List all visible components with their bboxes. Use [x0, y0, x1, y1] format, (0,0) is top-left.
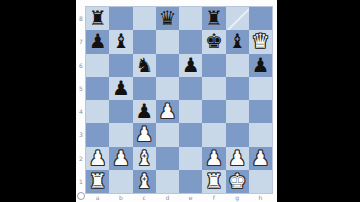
square-a6[interactable] — [86, 54, 109, 77]
file-label-b: b — [109, 192, 132, 202]
file-label-c: c — [133, 192, 156, 202]
square-f7[interactable]: ♚ — [202, 30, 225, 53]
square-a8[interactable]: ♜ — [86, 7, 109, 30]
rank-label-8: 8 — [76, 7, 86, 30]
square-c5[interactable] — [133, 77, 156, 100]
square-c3[interactable]: ♟ — [133, 123, 156, 146]
chess-board[interactable]: ♜♛♜♟♝♚♝♛♞♟♟♟♟♟♟♟♟♝♟♟♟♜♝♜♚ — [86, 7, 272, 193]
square-f2[interactable]: ♟ — [202, 147, 225, 170]
square-a5[interactable] — [86, 77, 109, 100]
file-label-a: a — [86, 192, 109, 202]
file-labels: abcdefgh — [86, 192, 272, 202]
square-a4[interactable] — [86, 100, 109, 123]
black-bishop: ♝ — [109, 30, 132, 53]
square-h2[interactable]: ♟ — [249, 147, 272, 170]
black-pawn: ♟ — [133, 100, 156, 123]
square-a3[interactable] — [86, 123, 109, 146]
white-king: ♚ — [226, 170, 249, 193]
square-f1[interactable]: ♜ — [202, 170, 225, 193]
black-queen: ♛ — [156, 7, 179, 30]
square-h8[interactable] — [249, 7, 272, 30]
radio-button[interactable] — [77, 192, 85, 200]
file-label-d: d — [156, 192, 179, 202]
square-c8[interactable] — [133, 7, 156, 30]
white-pawn: ♟ — [249, 147, 272, 170]
move-line — [226, 8, 250, 32]
square-d6[interactable] — [156, 54, 179, 77]
square-g2[interactable]: ♟ — [226, 147, 249, 170]
black-rook: ♜ — [86, 7, 109, 30]
square-h4[interactable] — [249, 100, 272, 123]
rank-label-6: 6 — [76, 54, 86, 77]
square-g5[interactable] — [226, 77, 249, 100]
square-d5[interactable] — [156, 77, 179, 100]
square-a2[interactable]: ♟ — [86, 147, 109, 170]
square-b4[interactable] — [109, 100, 132, 123]
square-b2[interactable]: ♟ — [109, 147, 132, 170]
square-g1[interactable]: ♚ — [226, 170, 249, 193]
white-pawn: ♟ — [226, 147, 249, 170]
video-frame: 87654321 ♜♛♜♟♝♚♝♛♞♟♟♟♟♟♟♟♟♝♟♟♟♜♝♜♚ abcde… — [0, 0, 360, 202]
white-pawn: ♟ — [156, 100, 179, 123]
rank-labels: 87654321 — [76, 7, 86, 193]
file-label-f: f — [202, 192, 225, 202]
square-e4[interactable] — [179, 100, 202, 123]
black-bishop: ♝ — [226, 30, 249, 53]
square-f4[interactable] — [202, 100, 225, 123]
square-d3[interactable] — [156, 123, 179, 146]
chess-app-panel: 87654321 ♜♛♜♟♝♚♝♛♞♟♟♟♟♟♟♟♟♝♟♟♟♜♝♜♚ abcde… — [76, 0, 277, 202]
square-d1[interactable] — [156, 170, 179, 193]
square-h7[interactable]: ♛ — [249, 30, 272, 53]
square-e5[interactable] — [179, 77, 202, 100]
square-c4[interactable]: ♟ — [133, 100, 156, 123]
square-h3[interactable] — [249, 123, 272, 146]
white-pawn: ♟ — [133, 123, 156, 146]
square-e8[interactable] — [179, 7, 202, 30]
rank-label-4: 4 — [76, 100, 86, 123]
white-pawn: ♟ — [202, 147, 225, 170]
black-rook: ♜ — [202, 7, 225, 30]
black-pawn: ♟ — [249, 54, 272, 77]
rank-label-2: 2 — [76, 147, 86, 170]
square-b6[interactable] — [109, 54, 132, 77]
rank-label-1: 1 — [76, 170, 86, 193]
black-knight: ♞ — [133, 54, 156, 77]
square-c6[interactable]: ♞ — [133, 54, 156, 77]
square-b8[interactable] — [109, 7, 132, 30]
square-c7[interactable] — [133, 30, 156, 53]
rank-label-5: 5 — [76, 77, 86, 100]
square-b5[interactable]: ♟ — [109, 77, 132, 100]
black-pawn: ♟ — [86, 30, 109, 53]
square-b7[interactable]: ♝ — [109, 30, 132, 53]
square-g7[interactable]: ♝ — [226, 30, 249, 53]
square-e1[interactable] — [179, 170, 202, 193]
square-c1[interactable]: ♝ — [133, 170, 156, 193]
square-b3[interactable] — [109, 123, 132, 146]
square-f6[interactable] — [202, 54, 225, 77]
white-bishop: ♝ — [133, 147, 156, 170]
square-d2[interactable] — [156, 147, 179, 170]
rank-label-7: 7 — [76, 30, 86, 53]
black-pawn: ♟ — [109, 77, 132, 100]
white-pawn: ♟ — [109, 147, 132, 170]
file-label-g: g — [226, 192, 249, 202]
rank-label-3: 3 — [76, 123, 86, 146]
white-rook: ♜ — [86, 170, 109, 193]
file-label-e: e — [179, 192, 202, 202]
square-e2[interactable] — [179, 147, 202, 170]
square-f5[interactable] — [202, 77, 225, 100]
square-g4[interactable] — [226, 100, 249, 123]
file-label-h: h — [249, 192, 272, 202]
square-g3[interactable] — [226, 123, 249, 146]
square-f8[interactable]: ♜ — [202, 7, 225, 30]
square-d4[interactable]: ♟ — [156, 100, 179, 123]
white-pawn: ♟ — [86, 147, 109, 170]
square-h1[interactable] — [249, 170, 272, 193]
square-d8[interactable]: ♛ — [156, 7, 179, 30]
square-f3[interactable] — [202, 123, 225, 146]
square-a7[interactable]: ♟ — [86, 30, 109, 53]
square-c2[interactable]: ♝ — [133, 147, 156, 170]
square-b1[interactable] — [109, 170, 132, 193]
square-g8[interactable] — [226, 7, 249, 30]
square-h6[interactable]: ♟ — [249, 54, 272, 77]
square-e3[interactable] — [179, 123, 202, 146]
square-e6[interactable]: ♟ — [179, 54, 202, 77]
square-d7[interactable] — [156, 30, 179, 53]
square-g6[interactable] — [226, 54, 249, 77]
white-bishop: ♝ — [133, 170, 156, 193]
square-e7[interactable] — [179, 30, 202, 53]
black-king: ♚ — [202, 30, 225, 53]
black-pawn: ♟ — [179, 54, 202, 77]
square-h5[interactable] — [249, 77, 272, 100]
white-queen: ♛ — [249, 30, 272, 53]
square-a1[interactable]: ♜ — [86, 170, 109, 193]
white-rook: ♜ — [202, 170, 225, 193]
